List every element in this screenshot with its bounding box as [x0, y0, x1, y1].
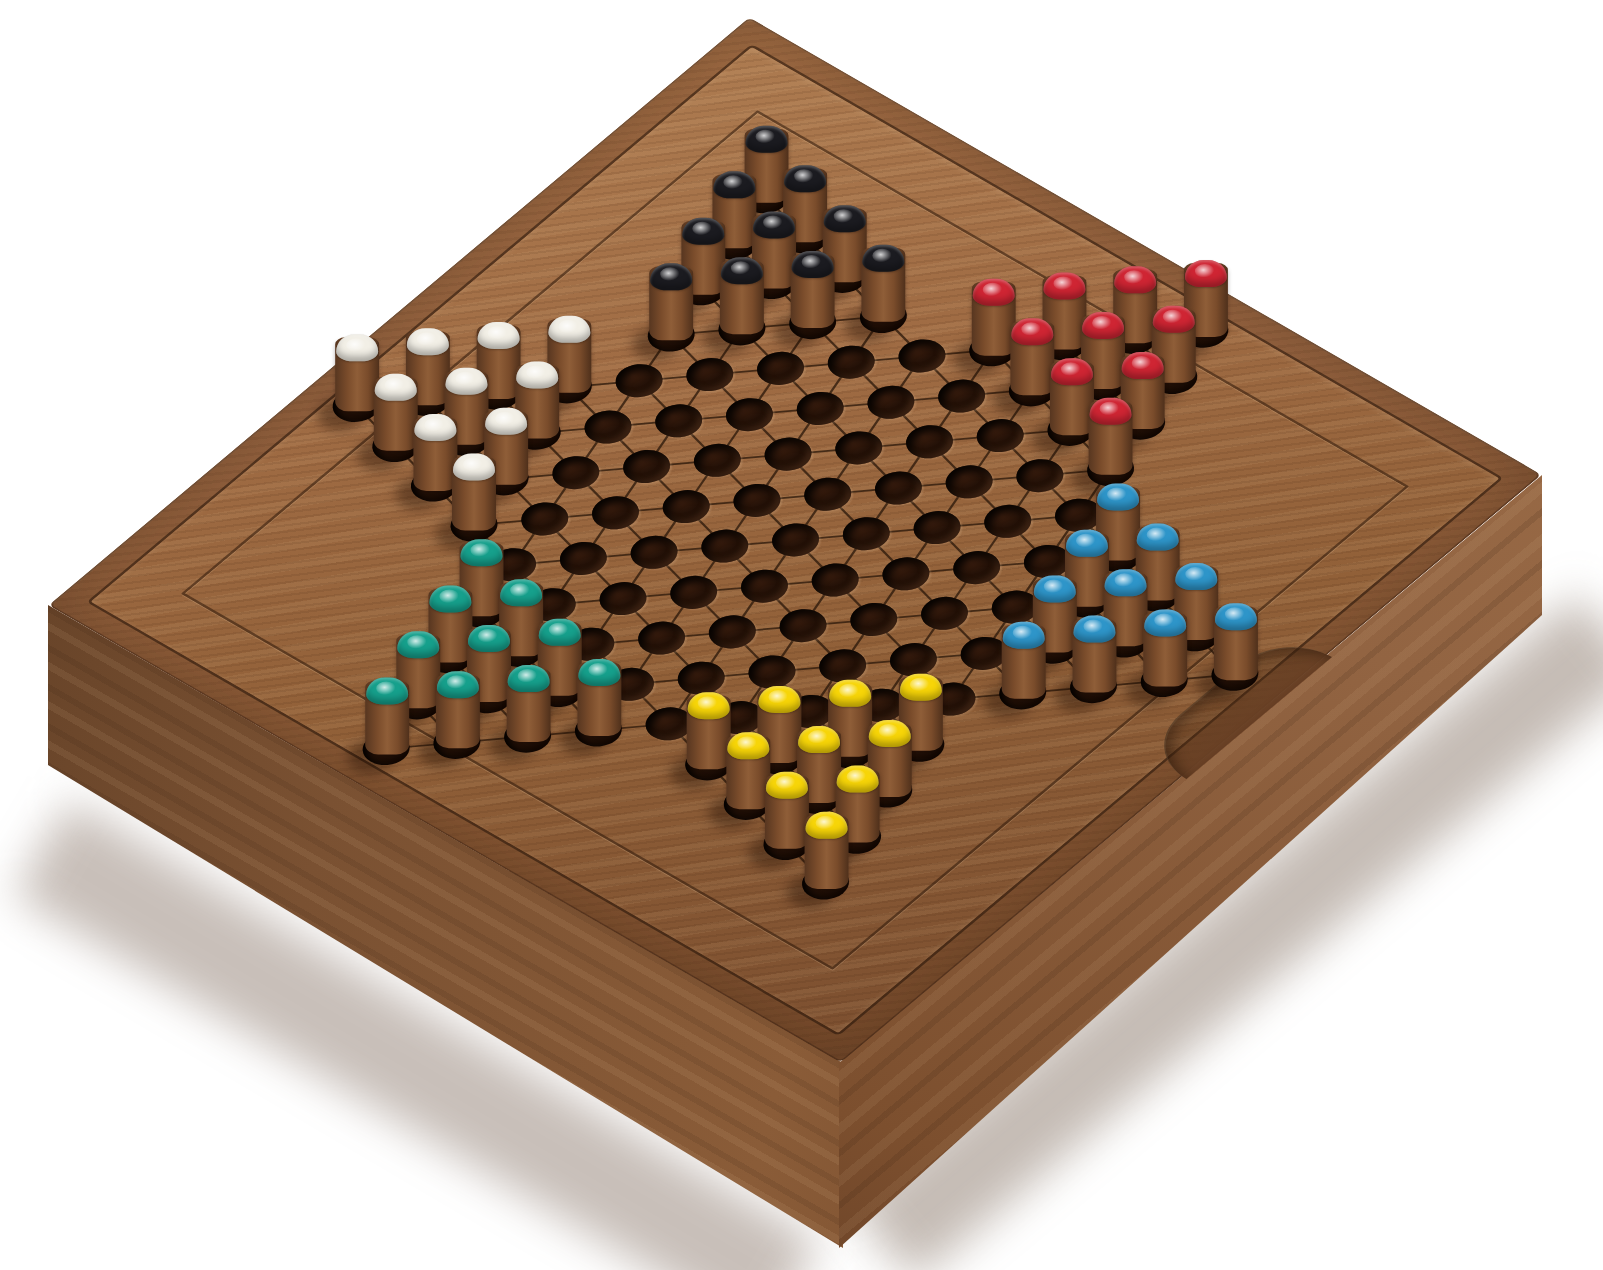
peg-cap-white: [484, 408, 526, 435]
peg-cap-white: [445, 368, 487, 395]
peg-cap-red: [1113, 266, 1155, 293]
hole-r9-7[interactable]: [912, 509, 962, 546]
star-area: [303, 135, 1286, 945]
peg-cap-yellow: [868, 720, 910, 747]
hole-r6-6[interactable]: [724, 396, 774, 433]
cell-r11-5: [695, 607, 769, 656]
hole-r6-7[interactable]: [794, 390, 844, 427]
peg-cap-white: [335, 334, 377, 361]
hole-r11-6[interactable]: [778, 607, 828, 644]
hole-r11-5[interactable]: [707, 614, 757, 651]
peg-cap-green: [365, 677, 407, 704]
peg-white[interactable]: [373, 377, 417, 451]
peg-cap-white: [516, 362, 558, 389]
cell-r10-6: [797, 555, 871, 604]
hole-r6-9[interactable]: [936, 377, 986, 414]
peg-cap-blue: [1214, 603, 1256, 630]
hole-r11-8[interactable]: [919, 595, 969, 632]
peg-cap-red: [1152, 306, 1194, 333]
peg-cap-black: [791, 251, 833, 278]
hole-r8-4[interactable]: [660, 488, 710, 525]
cell-r6-7: [782, 384, 856, 433]
cell-r9-8: [970, 497, 1044, 546]
hole-r10-7[interactable]: [880, 555, 930, 592]
hole-r7-3[interactable]: [550, 454, 600, 491]
cell-r9-5: [758, 515, 832, 564]
cell-r7-5: [680, 436, 754, 485]
peg-cap-yellow: [758, 686, 800, 713]
peg-cap-black: [862, 245, 904, 272]
hole-r10-9[interactable]: [1021, 543, 1071, 580]
peg-cap-red: [1050, 358, 1092, 385]
peg-cap-blue: [1143, 609, 1185, 636]
cell-r11-4: [624, 614, 698, 663]
hole-r10-5[interactable]: [739, 568, 789, 605]
cell-r11-7: [836, 595, 910, 644]
cell-r10-8: [938, 543, 1012, 592]
cell-r6-4: [570, 402, 644, 451]
peg-cap-yellow: [829, 680, 871, 707]
cell-r5-7: [743, 344, 817, 393]
peg-cap-black: [784, 165, 826, 192]
cell-r4-3: [774, 298, 848, 347]
cell-r13-2: [419, 718, 493, 767]
hole-r10-3[interactable]: [597, 580, 647, 617]
cell-r13-13: [1197, 650, 1271, 699]
hole-r9-8[interactable]: [982, 503, 1032, 540]
hole-r8-2[interactable]: [519, 500, 569, 537]
peg-blue[interactable]: [1142, 612, 1186, 686]
cell-r9-6: [828, 509, 902, 558]
cell-r10-4: [655, 568, 729, 617]
cell-r13-4: [561, 706, 635, 755]
peg-cap-red: [1011, 318, 1053, 345]
scene: [0, 0, 1603, 1270]
peg-cap-yellow: [899, 674, 941, 701]
cell-r13-12: [1126, 656, 1200, 705]
cell-r13-3: [490, 712, 564, 761]
peg-cap-blue: [1065, 530, 1107, 557]
cell-r6-8: [853, 378, 927, 427]
peg-white[interactable]: [451, 457, 495, 531]
peg-cap-white: [406, 328, 448, 355]
peg-cap-white: [413, 414, 455, 441]
peg-yellow[interactable]: [725, 735, 769, 809]
cell-r7-3: [538, 448, 612, 497]
peg-cap-green: [507, 665, 549, 692]
peg-cap-black: [720, 257, 762, 284]
peg-black[interactable]: [790, 254, 834, 328]
hole-r7-6[interactable]: [763, 436, 813, 473]
cell-r5-9: [884, 332, 958, 381]
peg-cap-white: [477, 322, 519, 349]
hole-r7-9[interactable]: [975, 417, 1025, 454]
cell-r7-9: [962, 411, 1036, 460]
cell-r5-6: [672, 350, 746, 399]
peg-cap-green: [428, 585, 470, 612]
peg-yellow[interactable]: [804, 815, 848, 889]
cell-r7-4: [609, 442, 683, 491]
cell-r8-4: [648, 482, 722, 531]
hole-r7-7[interactable]: [833, 430, 883, 467]
cell-r10-5: [726, 561, 800, 610]
peg-cap-green: [538, 619, 580, 646]
peg-cap-green: [436, 671, 478, 698]
cell-r10-7: [868, 549, 942, 598]
peg-green[interactable]: [364, 680, 408, 754]
cell-r4-4: [845, 292, 919, 341]
peg-cap-green: [499, 579, 541, 606]
peg-cap-yellow: [797, 726, 839, 753]
hole-r12-8[interactable]: [888, 641, 938, 678]
peg-cap-green: [460, 539, 502, 566]
peg-green[interactable]: [576, 662, 620, 736]
cell-r17-1: [788, 859, 862, 908]
hole-r12-9[interactable]: [958, 635, 1008, 672]
hole-r7-8[interactable]: [904, 423, 954, 460]
peg-red[interactable]: [971, 281, 1015, 355]
cell-r8-5: [719, 476, 793, 525]
cell-r6-9: [923, 371, 997, 420]
hole-r9-3[interactable]: [629, 534, 679, 571]
peg-white[interactable]: [334, 337, 378, 411]
cell-r7-7: [821, 424, 895, 473]
hole-r9-5[interactable]: [770, 522, 820, 559]
peg-cap-yellow: [805, 812, 847, 839]
cell-r7-8: [892, 417, 966, 466]
cell-r10-3: [585, 574, 659, 623]
peg-red[interactable]: [1049, 361, 1093, 435]
peg-cap-yellow: [765, 772, 807, 799]
peg-cap-black: [681, 217, 723, 244]
hole-r11-7[interactable]: [848, 601, 898, 638]
cell-r4-2: [704, 304, 778, 353]
hole-r7-4[interactable]: [621, 448, 671, 485]
hole-r5-9[interactable]: [897, 338, 947, 375]
peg-red[interactable]: [1088, 401, 1132, 475]
peg-cap-white: [452, 454, 494, 481]
cell-r6-6: [711, 390, 785, 439]
peg-cap-black: [752, 211, 794, 238]
peg-blue[interactable]: [1071, 618, 1115, 692]
peg-cap-green: [467, 625, 509, 652]
peg-red[interactable]: [1010, 321, 1054, 395]
cell-r9-3: [616, 528, 690, 577]
cell-r8-8: [931, 457, 1005, 506]
hole-r8-6[interactable]: [802, 476, 852, 513]
cell-r9-7: [899, 503, 973, 552]
hole-r12-5[interactable]: [675, 660, 725, 697]
hole-r9-2[interactable]: [558, 540, 608, 577]
hole-r6-4[interactable]: [582, 408, 632, 445]
peg-cap-black: [650, 263, 692, 290]
hole-r7-5[interactable]: [692, 442, 742, 479]
hole-r12-6[interactable]: [746, 653, 796, 690]
peg-cap-yellow: [726, 732, 768, 759]
peg-blue[interactable]: [1213, 606, 1257, 680]
hole-r10-6[interactable]: [809, 561, 859, 598]
peg-black[interactable]: [719, 260, 763, 334]
peg-cap-blue: [1136, 523, 1178, 550]
peg-white[interactable]: [412, 417, 456, 491]
peg-cap-green: [397, 631, 439, 658]
hole-r5-8[interactable]: [826, 344, 876, 381]
peg-cap-red: [1089, 398, 1131, 425]
peg-yellow[interactable]: [686, 695, 730, 769]
peg-cap-black: [713, 171, 755, 198]
hole-r10-8[interactable]: [951, 549, 1001, 586]
peg-yellow[interactable]: [764, 775, 808, 849]
cell-r13-1: [348, 724, 422, 773]
peg-cap-blue: [1002, 622, 1044, 649]
cell-r9-4: [687, 522, 761, 571]
peg-cap-red: [1082, 312, 1124, 339]
peg-cap-blue: [1033, 576, 1075, 603]
cell-r13-11: [1056, 662, 1130, 711]
board-grid: [303, 135, 1286, 945]
cell-r11-8: [907, 589, 981, 638]
cell-r8-7: [860, 463, 934, 512]
hole-r10-4[interactable]: [668, 574, 718, 611]
peg-cap-blue: [1175, 563, 1217, 590]
peg-green[interactable]: [435, 674, 479, 748]
peg-black[interactable]: [861, 248, 905, 322]
peg-green[interactable]: [506, 668, 550, 742]
cell-r8-6: [789, 469, 863, 518]
hole-r6-8[interactable]: [865, 384, 915, 421]
cell-r4-1: [633, 310, 707, 359]
cell-r8-2: [506, 494, 580, 543]
peg-blue[interactable]: [1001, 625, 1045, 699]
peg-cap-yellow: [836, 766, 878, 793]
peg-cap-blue: [1072, 615, 1114, 642]
peg-cap-red: [1184, 260, 1226, 287]
peg-cap-green: [577, 659, 619, 686]
hole-r8-5[interactable]: [731, 482, 781, 519]
cell-r8-9: [1002, 451, 1076, 500]
peg-cap-white: [547, 316, 589, 343]
hole-r8-3[interactable]: [590, 494, 640, 531]
peg-cap-red: [1042, 272, 1084, 299]
cell-r7-6: [750, 430, 824, 479]
hole-r8-8[interactable]: [943, 463, 993, 500]
peg-cap-red: [972, 278, 1014, 305]
peg-cap-black: [823, 205, 865, 232]
hole-r8-7[interactable]: [872, 469, 922, 506]
hole-r9-4[interactable]: [699, 528, 749, 565]
cell-r6-5: [640, 396, 714, 445]
cell-r11-6: [765, 601, 839, 650]
peg-cap-red: [1121, 352, 1163, 379]
peg-cap-yellow: [687, 692, 729, 719]
hole-r8-9[interactable]: [1014, 457, 1064, 494]
peg-cap-white: [374, 374, 416, 401]
hole-r5-5[interactable]: [614, 362, 664, 399]
hole-r12-7[interactable]: [817, 647, 867, 684]
peg-cap-blue: [1097, 484, 1139, 511]
cell-r9-2: [546, 534, 620, 583]
cell-r13-10: [985, 668, 1059, 717]
cell-r5-5: [601, 356, 675, 405]
peg-black[interactable]: [649, 266, 693, 340]
hole-r9-6[interactable]: [841, 515, 891, 552]
cell-r8-3: [577, 488, 651, 537]
peg-cap-blue: [1104, 569, 1146, 596]
cell-r5-8: [813, 338, 887, 387]
hole-r5-7[interactable]: [755, 350, 805, 387]
hole-r6-5[interactable]: [653, 402, 703, 439]
peg-cap-black: [744, 125, 786, 152]
hole-r11-4[interactable]: [636, 620, 686, 657]
hole-r5-6[interactable]: [684, 356, 734, 393]
